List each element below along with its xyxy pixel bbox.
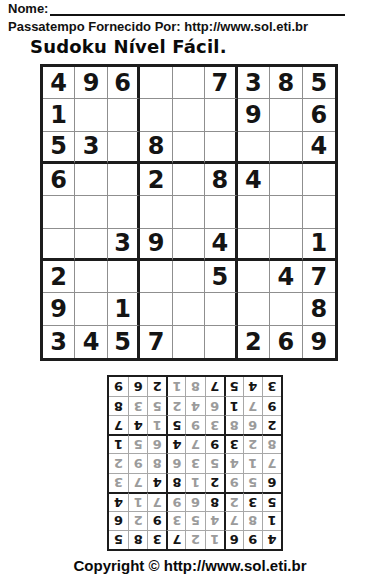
puzzle-cell-r1c3[interactable]: 6 <box>108 67 140 99</box>
puzzle-cell-r7c8[interactable]: 4 <box>270 261 302 293</box>
solution-cell-r1c8: 8 <box>128 530 147 549</box>
name-blank-line[interactable] <box>50 2 345 16</box>
solution-cell-r7c4: 3 <box>205 415 224 434</box>
puzzle-cell-r7c4[interactable] <box>140 261 172 293</box>
solution-cell-r4c2: 5 <box>243 473 262 492</box>
solution-cell-r3c6: 9 <box>166 492 185 511</box>
solution-cell-r5c5: 3 <box>185 453 204 472</box>
solution-cell-r1c4: 1 <box>205 530 224 549</box>
solution-cell-r3c9: 4 <box>109 492 128 511</box>
solution-cell-r2c9: 6 <box>109 511 128 530</box>
puzzle-cell-r4c3[interactable] <box>108 164 140 196</box>
puzzle-cell-r9c8[interactable]: 6 <box>270 326 302 358</box>
puzzle-cell-r2c5[interactable] <box>173 99 205 131</box>
puzzle-cell-r3c9[interactable]: 4 <box>303 132 335 164</box>
solution-cell-r8c4: 6 <box>205 396 224 415</box>
puzzle-cell-r5c2[interactable] <box>75 196 107 228</box>
puzzle-cell-r2c6[interactable] <box>205 99 237 131</box>
solution-cell-r3c1: 5 <box>262 492 281 511</box>
puzzle-cell-r5c7[interactable] <box>238 196 270 228</box>
solution-cell-r8c3: 1 <box>224 396 243 415</box>
solution-cell-r5c1: 7 <box>262 453 281 472</box>
puzzle-cell-r8c2[interactable] <box>75 293 107 325</box>
puzzle-cell-r8c3[interactable]: 1 <box>108 293 140 325</box>
puzzle-cell-r3c1[interactable]: 5 <box>43 132 75 164</box>
solution-cell-r6c4: 9 <box>205 434 224 453</box>
puzzle-title: Sudoku Nível Fácil. <box>30 36 227 57</box>
puzzle-cell-r9c3[interactable]: 5 <box>108 326 140 358</box>
solution-cell-r2c5: 5 <box>185 511 204 530</box>
puzzle-cell-r2c4[interactable] <box>140 99 172 131</box>
puzzle-cell-r5c9[interactable] <box>303 196 335 228</box>
solution-cell-r9c4: 7 <box>205 377 224 396</box>
puzzle-cell-r6c9[interactable]: 1 <box>303 229 335 261</box>
solution-cell-r2c8: 2 <box>128 511 147 530</box>
solution-cell-r5c2: 1 <box>243 453 262 472</box>
solution-cell-r4c5: 1 <box>185 473 204 492</box>
solution-cell-r7c6: 5 <box>166 415 185 434</box>
puzzle-cell-r3c4[interactable]: 8 <box>140 132 172 164</box>
solution-cell-r2c7: 9 <box>147 511 166 530</box>
solution-cell-r7c9: 7 <box>109 415 128 434</box>
puzzle-cell-r3c6[interactable] <box>205 132 237 164</box>
solution-cell-r7c3: 8 <box>224 415 243 434</box>
solution-cell-r5c8: 9 <box>128 453 147 472</box>
solution-cell-r3c4: 8 <box>205 492 224 511</box>
puzzle-cell-r4c9[interactable] <box>303 164 335 196</box>
puzzle-cell-r9c5[interactable] <box>173 326 205 358</box>
puzzle-cell-r1c5[interactable] <box>173 67 205 99</box>
puzzle-cell-r1c2[interactable]: 9 <box>75 67 107 99</box>
solution-cell-r9c7: 2 <box>147 377 166 396</box>
solution-cell-r1c9: 5 <box>109 530 128 549</box>
solution-cell-r4c9: 3 <box>109 473 128 492</box>
copyright-text: Copyright © http://www.sol.eti.br <box>0 557 380 574</box>
solution-cell-r2c6: 3 <box>166 511 185 530</box>
puzzle-cell-r9c1[interactable]: 3 <box>43 326 75 358</box>
puzzle-cell-r9c9[interactable]: 9 <box>303 326 335 358</box>
solution-cell-r2c3: 7 <box>224 511 243 530</box>
solution-cell-r2c4: 4 <box>205 511 224 530</box>
puzzle-cell-r1c6[interactable]: 7 <box>205 67 237 99</box>
puzzle-cell-r4c2[interactable] <box>75 164 107 196</box>
puzzle-cell-r7c9[interactable]: 7 <box>303 261 335 293</box>
puzzle-cell-r5c3[interactable] <box>108 196 140 228</box>
solution-cell-r1c1: 4 <box>262 530 281 549</box>
puzzle-cell-r4c5[interactable] <box>173 164 205 196</box>
solution-cell-r7c2: 6 <box>243 415 262 434</box>
provider-line: Passatempo Fornecido Por: http://www.sol… <box>8 19 308 34</box>
solution-cell-r6c6: 4 <box>166 434 185 453</box>
solution-cell-r6c1: 8 <box>262 434 281 453</box>
solution-cell-r8c7: 5 <box>147 396 166 415</box>
puzzle-cell-r1c9[interactable]: 5 <box>303 67 335 99</box>
solution-cell-r4c8: 7 <box>128 473 147 492</box>
puzzle-cell-r4c8[interactable] <box>270 164 302 196</box>
puzzle-cell-r7c6[interactable]: 5 <box>205 261 237 293</box>
solution-cell-r7c8: 4 <box>128 415 147 434</box>
puzzle-cell-r4c1[interactable]: 6 <box>43 164 75 196</box>
puzzle-cell-r7c7[interactable] <box>238 261 270 293</box>
puzzle-cell-r4c7[interactable]: 4 <box>238 164 270 196</box>
puzzle-cell-r3c2[interactable]: 3 <box>75 132 107 164</box>
solution-cell-r6c2: 2 <box>243 434 262 453</box>
puzzle-cell-r8c1[interactable]: 9 <box>43 293 75 325</box>
puzzle-cell-r5c8[interactable] <box>270 196 302 228</box>
puzzle-cell-r8c4[interactable] <box>140 293 172 325</box>
puzzle-cell-r9c4[interactable]: 7 <box>140 326 172 358</box>
solution-cell-r1c3: 6 <box>224 530 243 549</box>
puzzle-cell-r8c5[interactable] <box>173 293 205 325</box>
solution-cell-r5c9: 2 <box>109 453 128 472</box>
puzzle-cell-r5c1[interactable] <box>43 196 75 228</box>
puzzle-cell-r3c5[interactable] <box>173 132 205 164</box>
puzzle-cell-r2c3[interactable] <box>108 99 140 131</box>
solution-cell-r5c7: 8 <box>147 453 166 472</box>
puzzle-cell-r1c1[interactable]: 4 <box>43 67 75 99</box>
puzzle-cell-r8c6[interactable] <box>205 293 237 325</box>
solution-cell-r9c2: 4 <box>243 377 262 396</box>
solution-cell-r8c6: 2 <box>166 396 185 415</box>
solution-cell-r4c6: 8 <box>166 473 185 492</box>
solution-cell-r8c9: 8 <box>109 396 128 415</box>
solution-cell-r1c5: 2 <box>185 530 204 549</box>
puzzle-cell-r7c2[interactable] <box>75 261 107 293</box>
puzzle-cell-r7c1[interactable]: 2 <box>43 261 75 293</box>
puzzle-cell-r9c6[interactable] <box>205 326 237 358</box>
puzzle-cell-r5c4[interactable] <box>140 196 172 228</box>
solution-cell-r9c9: 9 <box>109 377 128 396</box>
puzzle-cell-r2c8[interactable] <box>270 99 302 131</box>
solution-cell-r1c6: 7 <box>166 530 185 549</box>
solution-cell-r2c1: 1 <box>262 511 281 530</box>
puzzle-cell-r1c7[interactable]: 3 <box>238 67 270 99</box>
puzzle-cell-r1c8[interactable]: 8 <box>270 67 302 99</box>
solution-cell-r9c8: 6 <box>128 377 147 396</box>
puzzle-cell-r6c5[interactable] <box>173 229 205 261</box>
puzzle-cell-r9c2[interactable]: 4 <box>75 326 107 358</box>
puzzle-cell-r8c8[interactable] <box>270 293 302 325</box>
solution-cell-r9c6: 1 <box>166 377 185 396</box>
solution-cell-r3c2: 3 <box>243 492 262 511</box>
puzzle-cell-r6c1[interactable] <box>43 229 75 261</box>
puzzle-cell-r7c5[interactable] <box>173 261 205 293</box>
puzzle-cell-r6c3[interactable]: 3 <box>108 229 140 261</box>
solution-cell-r3c3: 2 <box>224 492 243 511</box>
name-label: Nome: <box>8 1 48 16</box>
solution-cell-r1c2: 9 <box>243 530 262 549</box>
puzzle-cell-r3c7[interactable] <box>238 132 270 164</box>
puzzle-cell-r6c4[interactable]: 9 <box>140 229 172 261</box>
puzzle-cell-r9c7[interactable]: 2 <box>238 326 270 358</box>
solution-cell-r3c8: 1 <box>128 492 147 511</box>
solution-cell-r7c7: 1 <box>147 415 166 434</box>
solution-cell-r4c7: 4 <box>147 473 166 492</box>
solution-cell-r6c7: 6 <box>147 434 166 453</box>
puzzle-cell-r7c3[interactable] <box>108 261 140 293</box>
sudoku-solution-grid-rotated: 4961273851874539265328697146592184737145… <box>107 375 283 551</box>
puzzle-cell-r5c6[interactable] <box>205 196 237 228</box>
solution-cell-r8c2: 7 <box>243 396 262 415</box>
puzzle-cell-r3c8[interactable] <box>270 132 302 164</box>
solution-cell-r5c6: 6 <box>166 453 185 472</box>
solution-cell-r6c9: 1 <box>109 434 128 453</box>
name-row: Nome: <box>8 1 345 16</box>
sudoku-puzzle-grid[interactable]: 496738519653846284394125479183457269 <box>40 64 338 361</box>
solution-cell-r6c8: 5 <box>128 434 147 453</box>
puzzle-cell-r6c7[interactable] <box>238 229 270 261</box>
puzzle-cell-r5c5[interactable] <box>173 196 205 228</box>
solution-cell-r1c7: 3 <box>147 530 166 549</box>
sudoku-worksheet-page: Nome: Passatempo Fornecido Por: http://w… <box>0 0 380 585</box>
puzzle-cell-r8c9[interactable]: 8 <box>303 293 335 325</box>
puzzle-cell-r6c2[interactable] <box>75 229 107 261</box>
puzzle-cell-r8c7[interactable] <box>238 293 270 325</box>
solution-cell-r4c3: 9 <box>224 473 243 492</box>
solution-cell-r6c5: 7 <box>185 434 204 453</box>
solution-cell-r7c5: 9 <box>185 415 204 434</box>
puzzle-cell-r2c2[interactable] <box>75 99 107 131</box>
puzzle-cell-r2c9[interactable]: 6 <box>303 99 335 131</box>
solution-cell-r3c5: 6 <box>185 492 204 511</box>
puzzle-cell-r2c1[interactable]: 1 <box>43 99 75 131</box>
solution-cell-r9c5: 8 <box>185 377 204 396</box>
solution-cell-r9c1: 3 <box>262 377 281 396</box>
puzzle-cell-r3c3[interactable] <box>108 132 140 164</box>
solution-cell-r7c1: 2 <box>262 415 281 434</box>
solution-cell-r8c8: 3 <box>128 396 147 415</box>
solution-cell-r5c4: 5 <box>205 453 224 472</box>
solution-cell-r8c5: 4 <box>185 396 204 415</box>
puzzle-cell-r6c6[interactable]: 4 <box>205 229 237 261</box>
solution-cell-r4c1: 6 <box>262 473 281 492</box>
solution-cell-r8c1: 9 <box>262 396 281 415</box>
puzzle-cell-r1c4[interactable] <box>140 67 172 99</box>
puzzle-cell-r4c6[interactable]: 8 <box>205 164 237 196</box>
solution-cell-r2c2: 8 <box>243 511 262 530</box>
solution-cell-r6c3: 3 <box>224 434 243 453</box>
solution-cell-r5c3: 4 <box>224 453 243 472</box>
puzzle-cell-r4c4[interactable]: 2 <box>140 164 172 196</box>
puzzle-cell-r2c7[interactable]: 9 <box>238 99 270 131</box>
solution-cell-r9c3: 5 <box>224 377 243 396</box>
solution-cell-r4c4: 2 <box>205 473 224 492</box>
solution-cell-r3c7: 7 <box>147 492 166 511</box>
puzzle-cell-r6c8[interactable] <box>270 229 302 261</box>
